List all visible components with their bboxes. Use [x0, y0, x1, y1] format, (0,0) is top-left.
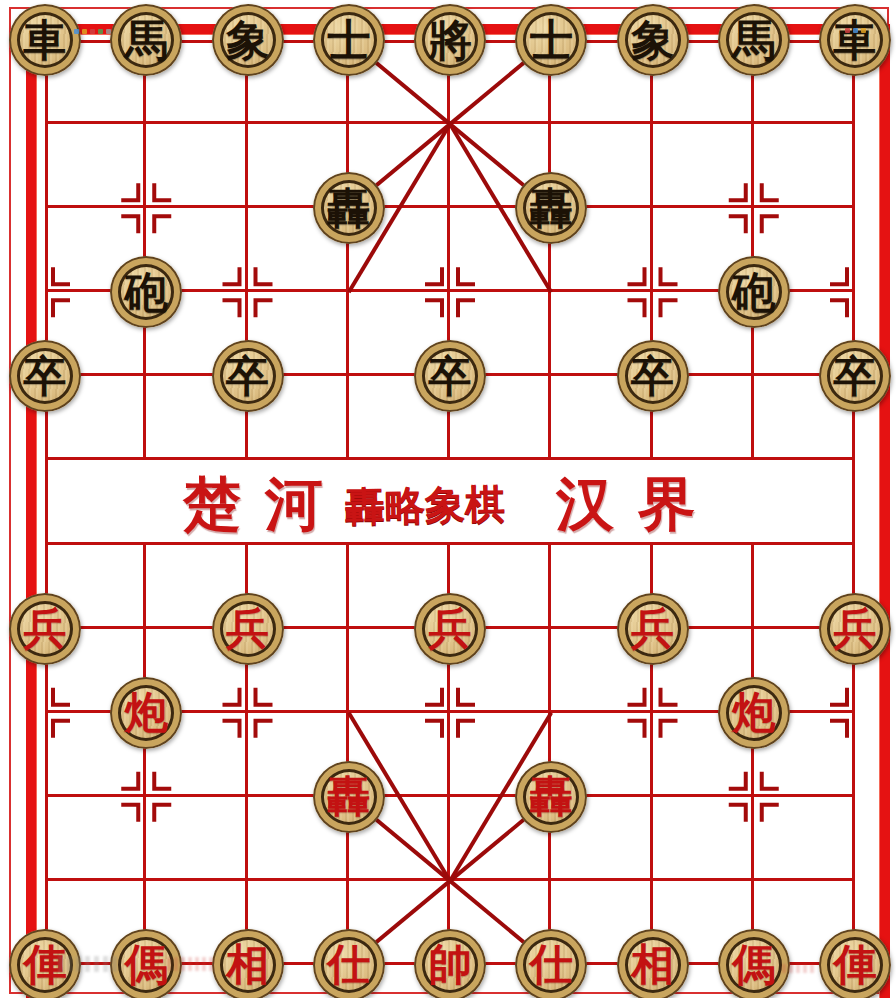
piece-black-cannon[interactable]: 砲: [718, 256, 790, 328]
piece-glyph: 炮: [732, 691, 775, 734]
grid-cell: [45, 797, 146, 881]
piece-glyph: 卒: [226, 355, 269, 398]
grid-cell: [653, 797, 754, 881]
piece-glyph: 轟: [327, 187, 370, 230]
piece-red-bomb[interactable]: 轟: [515, 761, 587, 833]
piece-black-soldier[interactable]: 卒: [617, 340, 689, 412]
piece-glyph: 卒: [834, 355, 877, 398]
piece-glyph: 傌: [125, 943, 168, 986]
piece-glyph: 砲: [125, 271, 168, 314]
watermark-smudge: [782, 964, 816, 973]
watermark-smudge: [167, 957, 215, 971]
grid-cell: [146, 797, 247, 881]
piece-black-horse[interactable]: 馬: [110, 4, 182, 76]
piece-glyph: 兵: [429, 607, 472, 650]
piece-red-soldier[interactable]: 兵: [9, 593, 81, 665]
piece-black-horse[interactable]: 馬: [718, 4, 790, 76]
grid-cell: [146, 124, 247, 208]
piece-red-cannon[interactable]: 炮: [110, 677, 182, 749]
piece-black-chariot[interactable]: 車: [819, 4, 891, 76]
piece-glyph: 卒: [24, 355, 67, 398]
piece-glyph: 轟: [327, 775, 370, 818]
piece-red-advisor[interactable]: 仕: [515, 929, 587, 998]
grid-cell: [754, 460, 855, 544]
piece-red-elephant[interactable]: 相: [617, 929, 689, 998]
piece-glyph: 馬: [125, 19, 168, 62]
piece-glyph: 兵: [226, 607, 269, 650]
river-text-han-jie: 汉界: [556, 466, 720, 544]
watermark-smudge: [58, 956, 118, 972]
piece-black-bomb[interactable]: 轟: [515, 172, 587, 244]
piece-glyph: 砲: [732, 271, 775, 314]
piece-glyph: 轟: [530, 187, 573, 230]
river-brand-text: 轟略象棋: [345, 477, 506, 535]
piece-black-soldier[interactable]: 卒: [819, 340, 891, 412]
piece-glyph: 象: [226, 19, 269, 62]
piece-glyph: 傌: [732, 943, 775, 986]
piece-black-advisor[interactable]: 士: [313, 4, 385, 76]
piece-glyph: 俥: [834, 943, 877, 986]
piece-glyph: 馬: [732, 19, 775, 62]
piece-glyph: 士: [327, 19, 370, 62]
watermark-specks-left: [74, 28, 114, 34]
piece-black-bomb[interactable]: 轟: [313, 172, 385, 244]
piece-black-chariot[interactable]: 車: [9, 4, 81, 76]
piece-glyph: 將: [429, 19, 472, 62]
piece-glyph: 帥: [429, 943, 472, 986]
piece-red-chariot[interactable]: 俥: [819, 929, 891, 998]
piece-red-general[interactable]: 帥: [414, 929, 486, 998]
grid-cell: [45, 124, 146, 208]
piece-glyph: 車: [834, 19, 877, 62]
xiangqi-board: 楚河 轟略象棋 汉界 車馬象士將士象馬車轟轟砲砲卒卒卒卒卒兵兵兵兵兵炮炮轟轟俥傌…: [0, 0, 896, 998]
piece-glyph: 仕: [530, 943, 573, 986]
piece-glyph: 象: [631, 19, 674, 62]
piece-glyph: 卒: [631, 355, 674, 398]
piece-black-soldier[interactable]: 卒: [414, 340, 486, 412]
piece-black-soldier[interactable]: 卒: [9, 340, 81, 412]
piece-red-horse[interactable]: 傌: [718, 929, 790, 998]
piece-red-elephant[interactable]: 相: [212, 929, 284, 998]
piece-black-soldier[interactable]: 卒: [212, 340, 284, 412]
grid-cell: [754, 797, 855, 881]
piece-glyph: 兵: [631, 607, 674, 650]
river-text-chu-he: 楚河: [183, 466, 347, 544]
piece-glyph: 仕: [327, 943, 370, 986]
piece-red-soldier[interactable]: 兵: [212, 593, 284, 665]
piece-glyph: 車: [24, 19, 67, 62]
piece-glyph: 相: [631, 943, 674, 986]
piece-black-elephant[interactable]: 象: [617, 4, 689, 76]
piece-red-cannon[interactable]: 炮: [718, 677, 790, 749]
piece-glyph: 炮: [125, 691, 168, 734]
piece-red-soldier[interactable]: 兵: [617, 593, 689, 665]
piece-glyph: 兵: [834, 607, 877, 650]
piece-black-cannon[interactable]: 砲: [110, 256, 182, 328]
piece-glyph: 兵: [24, 607, 67, 650]
piece-red-advisor[interactable]: 仕: [313, 929, 385, 998]
watermark-specks-right: [845, 27, 877, 33]
grid-cell: [653, 124, 754, 208]
piece-glyph: 卒: [429, 355, 472, 398]
piece-glyph: 轟: [530, 775, 573, 818]
piece-glyph: 相: [226, 943, 269, 986]
grid-cell: [45, 460, 146, 544]
piece-black-general[interactable]: 將: [414, 4, 486, 76]
piece-glyph: 士: [530, 19, 573, 62]
grid-cell: [754, 124, 855, 208]
piece-red-bomb[interactable]: 轟: [313, 761, 385, 833]
piece-red-soldier[interactable]: 兵: [819, 593, 891, 665]
piece-red-soldier[interactable]: 兵: [414, 593, 486, 665]
piece-black-elephant[interactable]: 象: [212, 4, 284, 76]
piece-black-advisor[interactable]: 士: [515, 4, 587, 76]
